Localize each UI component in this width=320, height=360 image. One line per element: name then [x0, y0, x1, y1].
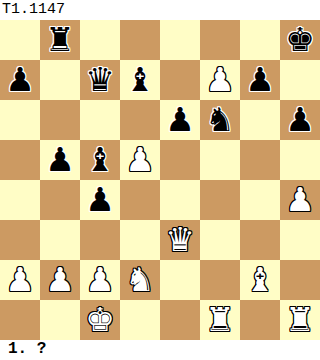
- square-f2[interactable]: [200, 260, 240, 300]
- square-g8[interactable]: [240, 20, 280, 60]
- square-f6[interactable]: ♞: [200, 100, 240, 140]
- square-d4[interactable]: [120, 180, 160, 220]
- piece-black-bishop[interactable]: ♝: [125, 63, 155, 96]
- square-f8[interactable]: [200, 20, 240, 60]
- square-g3[interactable]: [240, 220, 280, 260]
- square-e7[interactable]: [160, 60, 200, 100]
- square-b3[interactable]: [40, 220, 80, 260]
- square-h4[interactable]: ♟: [280, 180, 320, 220]
- square-b1[interactable]: [40, 300, 80, 340]
- square-f4[interactable]: [200, 180, 240, 220]
- piece-white-pawn[interactable]: ♟: [125, 143, 155, 176]
- piece-black-pawn[interactable]: ♟: [85, 183, 115, 216]
- square-c1[interactable]: ♚: [80, 300, 120, 340]
- piece-black-bishop[interactable]: ♝: [85, 143, 115, 176]
- piece-white-pawn[interactable]: ♟: [5, 263, 35, 296]
- square-d3[interactable]: [120, 220, 160, 260]
- piece-white-king[interactable]: ♚: [85, 303, 115, 336]
- square-h6[interactable]: ♟: [280, 100, 320, 140]
- piece-white-bishop[interactable]: ♝: [245, 263, 275, 296]
- square-b2[interactable]: ♟: [40, 260, 80, 300]
- piece-black-pawn[interactable]: ♟: [45, 143, 75, 176]
- square-g7[interactable]: ♟: [240, 60, 280, 100]
- square-g6[interactable]: [240, 100, 280, 140]
- piece-white-pawn[interactable]: ♟: [85, 263, 115, 296]
- piece-black-knight[interactable]: ♞: [205, 103, 235, 136]
- square-d5[interactable]: ♟: [120, 140, 160, 180]
- square-f7[interactable]: ♟: [200, 60, 240, 100]
- square-c3[interactable]: [80, 220, 120, 260]
- piece-black-pawn[interactable]: ♟: [165, 103, 195, 136]
- square-a2[interactable]: ♟: [0, 260, 40, 300]
- square-d8[interactable]: [120, 20, 160, 60]
- square-b4[interactable]: [40, 180, 80, 220]
- move-prompt: 1. ?: [8, 340, 46, 360]
- square-c2[interactable]: ♟: [80, 260, 120, 300]
- square-h1[interactable]: ♜: [280, 300, 320, 340]
- square-f5[interactable]: [200, 140, 240, 180]
- square-d2[interactable]: ♞: [120, 260, 160, 300]
- square-b7[interactable]: [40, 60, 80, 100]
- piece-black-rook[interactable]: ♜: [45, 23, 75, 56]
- piece-white-pawn[interactable]: ♟: [45, 263, 75, 296]
- piece-black-pawn[interactable]: ♟: [285, 103, 315, 136]
- square-e3[interactable]: ♛: [160, 220, 200, 260]
- square-h8[interactable]: ♚: [280, 20, 320, 60]
- piece-white-rook[interactable]: ♜: [285, 303, 315, 336]
- square-a4[interactable]: [0, 180, 40, 220]
- square-a6[interactable]: [0, 100, 40, 140]
- square-h5[interactable]: [280, 140, 320, 180]
- square-d1[interactable]: [120, 300, 160, 340]
- square-e8[interactable]: [160, 20, 200, 60]
- chess-board: ♜♚♟♛♝♟♟♟♞♟♟♝♟♟♟♛♟♟♟♞♝♚♜♜: [0, 20, 320, 340]
- square-g2[interactable]: ♝: [240, 260, 280, 300]
- square-c4[interactable]: ♟: [80, 180, 120, 220]
- square-c7[interactable]: ♛: [80, 60, 120, 100]
- square-a8[interactable]: [0, 20, 40, 60]
- square-h7[interactable]: [280, 60, 320, 100]
- piece-black-pawn[interactable]: ♟: [5, 63, 35, 96]
- square-g1[interactable]: [240, 300, 280, 340]
- piece-white-rook[interactable]: ♜: [205, 303, 235, 336]
- piece-white-queen[interactable]: ♛: [165, 223, 195, 256]
- square-h3[interactable]: [280, 220, 320, 260]
- square-d7[interactable]: ♝: [120, 60, 160, 100]
- square-e4[interactable]: [160, 180, 200, 220]
- piece-black-king[interactable]: ♚: [285, 23, 315, 56]
- square-f1[interactable]: ♜: [200, 300, 240, 340]
- square-e2[interactable]: [160, 260, 200, 300]
- square-f3[interactable]: [200, 220, 240, 260]
- square-h2[interactable]: [280, 260, 320, 300]
- square-a3[interactable]: [0, 220, 40, 260]
- square-b8[interactable]: ♜: [40, 20, 80, 60]
- puzzle-title: T1.1147: [2, 0, 65, 20]
- square-a1[interactable]: [0, 300, 40, 340]
- square-g4[interactable]: [240, 180, 280, 220]
- square-b6[interactable]: [40, 100, 80, 140]
- piece-white-pawn[interactable]: ♟: [285, 183, 315, 216]
- piece-white-pawn[interactable]: ♟: [205, 63, 235, 96]
- piece-white-knight[interactable]: ♞: [125, 263, 155, 296]
- square-c8[interactable]: [80, 20, 120, 60]
- square-c6[interactable]: [80, 100, 120, 140]
- square-d6[interactable]: [120, 100, 160, 140]
- square-b5[interactable]: ♟: [40, 140, 80, 180]
- square-e5[interactable]: [160, 140, 200, 180]
- piece-black-queen[interactable]: ♛: [85, 63, 115, 96]
- square-c5[interactable]: ♝: [80, 140, 120, 180]
- square-a7[interactable]: ♟: [0, 60, 40, 100]
- square-a5[interactable]: [0, 140, 40, 180]
- square-e6[interactable]: ♟: [160, 100, 200, 140]
- square-g5[interactable]: [240, 140, 280, 180]
- piece-black-pawn[interactable]: ♟: [245, 63, 275, 96]
- square-e1[interactable]: [160, 300, 200, 340]
